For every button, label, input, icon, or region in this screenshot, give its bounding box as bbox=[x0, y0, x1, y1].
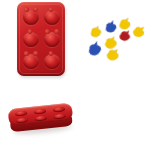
angled-cavity bbox=[16, 117, 28, 123]
molded-bird-yellow bbox=[131, 24, 148, 39]
cavity-bowl bbox=[23, 10, 39, 25]
cavity-bowl bbox=[23, 54, 39, 69]
mold-cavity-eared bbox=[21, 7, 40, 27]
angled-cavity-grid bbox=[13, 105, 68, 124]
angled-cavity bbox=[52, 106, 64, 112]
mold-cavity-eared bbox=[42, 29, 61, 49]
mold-cavity-stem bbox=[21, 29, 40, 49]
product-collage bbox=[0, 0, 160, 160]
mold-cavity-stem bbox=[42, 7, 61, 27]
cavity-bowl bbox=[23, 32, 39, 47]
molded-bird-yellow bbox=[117, 17, 133, 31]
mold-top-view bbox=[17, 2, 65, 76]
molded-bird-red bbox=[118, 30, 133, 43]
molded-bird-yellow bbox=[105, 48, 122, 63]
molded-bird-yellow bbox=[103, 36, 120, 50]
mold-cavity-eared bbox=[21, 51, 40, 71]
molded-bird-blue bbox=[85, 40, 106, 58]
cavity-bowl bbox=[44, 32, 60, 47]
mold-cavity-grid bbox=[21, 7, 61, 71]
mold-cavity-stem bbox=[42, 51, 61, 71]
angled-cavity bbox=[15, 110, 27, 116]
molded-bird-yellow bbox=[88, 25, 104, 39]
molded-bird-blue bbox=[103, 19, 121, 34]
angled-cavity bbox=[34, 108, 46, 114]
mold-angled-view bbox=[8, 103, 75, 138]
angled-cavity bbox=[35, 115, 47, 121]
cavity-bowl bbox=[44, 10, 60, 25]
angled-cavity bbox=[53, 113, 65, 119]
cavity-bowl bbox=[44, 54, 60, 69]
